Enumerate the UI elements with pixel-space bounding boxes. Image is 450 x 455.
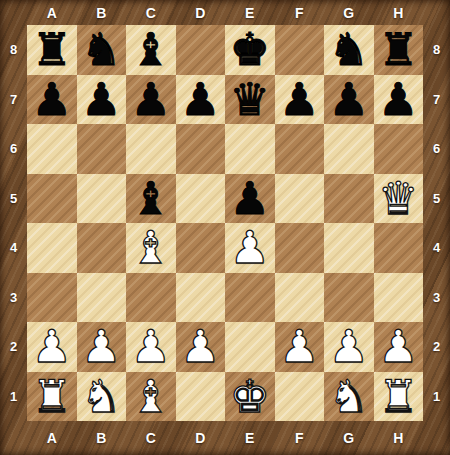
file-label-c: C [126,0,176,25]
square-d4[interactable] [176,223,226,273]
file-label-b: B [77,0,127,25]
square-b5[interactable] [77,174,127,224]
square-c5[interactable]: ♝ [126,174,176,224]
file-label-h: H [374,0,424,25]
square-a6[interactable] [27,124,77,174]
file-label-g: G [324,421,374,455]
piece-black-pawn-e5[interactable]: ♟ [230,174,270,224]
piece-black-queen-e7[interactable]: ♛ [230,75,270,125]
rank-label-3: 3 [0,273,27,323]
file-label-d: D [176,421,226,455]
piece-white-pawn-h2[interactable]: ♟ [378,322,418,372]
rank-label-8: 8 [423,25,450,75]
rank-label-7: 7 [423,75,450,125]
rank-label-2: 2 [0,322,27,372]
square-a4[interactable] [27,223,77,273]
square-h4[interactable] [374,223,424,273]
piece-white-pawn-f2[interactable]: ♟ [279,322,319,372]
square-f6[interactable] [275,124,325,174]
piece-black-pawn-b7[interactable]: ♟ [81,75,121,125]
square-d6[interactable] [176,124,226,174]
piece-black-bishop-c8[interactable]: ♝ [131,25,171,75]
file-label-b: B [77,421,127,455]
square-c7[interactable]: ♟ [126,75,176,125]
piece-white-bishop-c1[interactable]: ♝ [131,372,171,422]
square-g3[interactable] [324,273,374,323]
file-label-e: E [225,0,275,25]
piece-white-knight-b1[interactable]: ♞ [81,372,121,422]
file-label-d: D [176,0,226,25]
square-b7[interactable]: ♟ [77,75,127,125]
square-e7[interactable]: ♛ [225,75,275,125]
square-f4[interactable] [275,223,325,273]
rank-label-6: 6 [0,124,27,174]
square-h7[interactable]: ♟ [374,75,424,125]
square-b4[interactable] [77,223,127,273]
square-b8[interactable]: ♞ [77,25,127,75]
square-a7[interactable]: ♟ [27,75,77,125]
square-a2[interactable]: ♟ [27,322,77,372]
square-c8[interactable]: ♝ [126,25,176,75]
piece-black-knight-b8[interactable]: ♞ [81,25,121,75]
square-b1[interactable]: ♞ [77,372,127,422]
square-e1[interactable]: ♚ [225,372,275,422]
piece-black-bishop-c5[interactable]: ♝ [131,174,171,224]
square-f7[interactable]: ♟ [275,75,325,125]
square-h6[interactable] [374,124,424,174]
rank-label-5: 5 [423,174,450,224]
square-e4[interactable]: ♟ [225,223,275,273]
file-label-e: E [225,421,275,455]
square-a1[interactable]: ♜ [27,372,77,422]
piece-black-rook-h8[interactable]: ♜ [378,25,418,75]
piece-black-pawn-c7[interactable]: ♟ [131,75,171,125]
square-a8[interactable]: ♜ [27,25,77,75]
file-label-c: C [126,421,176,455]
piece-white-knight-g1[interactable]: ♞ [329,372,369,422]
piece-black-pawn-a7[interactable]: ♟ [32,75,72,125]
rank-label-3: 3 [423,273,450,323]
file-label-f: F [275,421,325,455]
file-labels-top: ABCDEFGH [27,0,423,25]
square-d7[interactable]: ♟ [176,75,226,125]
square-d2[interactable]: ♟ [176,322,226,372]
square-g1[interactable]: ♞ [324,372,374,422]
piece-white-bishop-c4[interactable]: ♝ [131,223,171,273]
square-c1[interactable]: ♝ [126,372,176,422]
piece-black-pawn-f7[interactable]: ♟ [279,75,319,125]
piece-white-pawn-b2[interactable]: ♟ [81,322,121,372]
square-h3[interactable] [374,273,424,323]
rank-label-4: 4 [0,223,27,273]
rank-label-7: 7 [0,75,27,125]
piece-white-king-e1[interactable]: ♚ [230,372,270,422]
piece-white-pawn-g2[interactable]: ♟ [329,322,369,372]
rank-label-4: 4 [423,223,450,273]
piece-black-pawn-h7[interactable]: ♟ [378,75,418,125]
file-label-a: A [27,421,77,455]
piece-black-knight-g8[interactable]: ♞ [329,25,369,75]
square-f3[interactable] [275,273,325,323]
rank-label-2: 2 [423,322,450,372]
square-f5[interactable] [275,174,325,224]
square-f1[interactable] [275,372,325,422]
square-b2[interactable]: ♟ [77,322,127,372]
square-d8[interactable] [176,25,226,75]
square-g6[interactable] [324,124,374,174]
square-e3[interactable] [225,273,275,323]
chess-board: ♜♞♝♚♞♜♟♟♟♟♛♟♟♟♝♟♛♝♟♟♟♟♟♟♟♟♜♞♝♚♞♜ [27,25,423,421]
rank-label-1: 1 [0,372,27,422]
square-d1[interactable] [176,372,226,422]
piece-white-pawn-d2[interactable]: ♟ [180,322,220,372]
square-g4[interactable] [324,223,374,273]
piece-black-pawn-d7[interactable]: ♟ [180,75,220,125]
piece-white-rook-h1[interactable]: ♜ [378,372,418,422]
piece-black-rook-a8[interactable]: ♜ [32,25,72,75]
piece-white-pawn-c2[interactable]: ♟ [131,322,171,372]
rank-labels-left: 87654321 [0,25,27,421]
rank-label-1: 1 [423,372,450,422]
square-f8[interactable] [275,25,325,75]
square-e6[interactable] [225,124,275,174]
square-e8[interactable]: ♚ [225,25,275,75]
square-g8[interactable]: ♞ [324,25,374,75]
rank-label-8: 8 [0,25,27,75]
square-c3[interactable] [126,273,176,323]
square-d5[interactable] [176,174,226,224]
square-g2[interactable]: ♟ [324,322,374,372]
square-g5[interactable] [324,174,374,224]
square-d3[interactable] [176,273,226,323]
piece-white-pawn-e4[interactable]: ♟ [230,223,270,273]
file-label-f: F [275,0,325,25]
square-b3[interactable] [77,273,127,323]
square-h8[interactable]: ♜ [374,25,424,75]
square-g7[interactable]: ♟ [324,75,374,125]
square-f2[interactable]: ♟ [275,322,325,372]
square-h2[interactable]: ♟ [374,322,424,372]
file-labels-bottom: ABCDEFGH [27,421,423,455]
square-c4[interactable]: ♝ [126,223,176,273]
piece-white-pawn-a2[interactable]: ♟ [32,322,72,372]
square-b6[interactable] [77,124,127,174]
square-c2[interactable]: ♟ [126,322,176,372]
rank-labels-right: 87654321 [423,25,450,421]
square-c6[interactable] [126,124,176,174]
file-label-h: H [374,421,424,455]
piece-black-pawn-g7[interactable]: ♟ [329,75,369,125]
square-a3[interactable] [27,273,77,323]
piece-black-king-e8[interactable]: ♚ [230,25,270,75]
square-e5[interactable]: ♟ [225,174,275,224]
square-h5[interactable]: ♛ [374,174,424,224]
file-label-g: G [324,0,374,25]
file-label-a: A [27,0,77,25]
square-e2[interactable] [225,322,275,372]
rank-label-6: 6 [423,124,450,174]
chess-board-frame: ABCDEFGH ABCDEFGH 87654321 87654321 ♜♞♝♚… [0,0,450,455]
rank-label-5: 5 [0,174,27,224]
piece-white-queen-h5[interactable]: ♛ [378,174,418,224]
piece-white-rook-a1[interactable]: ♜ [32,372,72,422]
square-h1[interactable]: ♜ [374,372,424,422]
square-a5[interactable] [27,174,77,224]
